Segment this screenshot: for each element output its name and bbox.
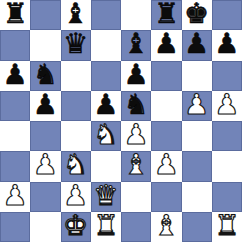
square-b1[interactable] xyxy=(30,212,60,242)
square-g4[interactable] xyxy=(182,121,212,151)
square-a4[interactable] xyxy=(0,121,30,151)
white-bishop[interactable]: ♝ xyxy=(121,151,151,181)
square-e2[interactable] xyxy=(121,182,151,212)
square-g8[interactable]: ♚ xyxy=(182,0,212,30)
white-king[interactable]: ♚ xyxy=(61,212,91,242)
square-a3[interactable] xyxy=(0,151,30,181)
square-a8[interactable]: ♜ xyxy=(0,0,30,30)
white-pawn[interactable]: ♟ xyxy=(212,91,242,121)
white-knight[interactable]: ♞ xyxy=(91,121,121,151)
square-a1[interactable] xyxy=(0,212,30,242)
black-knight[interactable]: ♞ xyxy=(121,91,151,121)
square-a5[interactable] xyxy=(0,91,30,121)
square-f5[interactable] xyxy=(151,91,181,121)
square-f3[interactable]: ♟ xyxy=(151,151,181,181)
square-a6[interactable]: ♟ xyxy=(0,61,30,91)
square-e3[interactable]: ♝ xyxy=(121,151,151,181)
square-b6[interactable]: ♞ xyxy=(30,61,60,91)
black-pawn[interactable]: ♟ xyxy=(151,30,181,60)
square-b5[interactable]: ♟ xyxy=(30,91,60,121)
black-king[interactable]: ♚ xyxy=(182,0,212,30)
square-d5[interactable]: ♟ xyxy=(91,91,121,121)
square-e8[interactable] xyxy=(121,0,151,30)
square-c3[interactable]: ♞ xyxy=(61,151,91,181)
white-pawn[interactable]: ♟ xyxy=(182,91,212,121)
black-pawn[interactable]: ♟ xyxy=(212,30,242,60)
square-g3[interactable] xyxy=(182,151,212,181)
square-f1[interactable]: ♝ xyxy=(151,212,181,242)
square-c4[interactable] xyxy=(61,121,91,151)
white-knight[interactable]: ♞ xyxy=(61,151,91,181)
white-pawn[interactable]: ♟ xyxy=(151,151,181,181)
square-h4[interactable] xyxy=(212,121,242,151)
square-e6[interactable]: ♟ xyxy=(121,61,151,91)
square-f4[interactable] xyxy=(151,121,181,151)
square-a7[interactable] xyxy=(0,30,30,60)
square-d4[interactable]: ♞ xyxy=(91,121,121,151)
black-rook[interactable]: ♜ xyxy=(0,0,30,30)
black-pawn[interactable]: ♟ xyxy=(182,30,212,60)
white-rook[interactable]: ♜ xyxy=(91,212,121,242)
black-knight[interactable]: ♞ xyxy=(30,61,60,91)
black-pawn[interactable]: ♟ xyxy=(91,91,121,121)
square-c2[interactable]: ♟ xyxy=(61,182,91,212)
square-h7[interactable]: ♟ xyxy=(212,30,242,60)
square-h6[interactable] xyxy=(212,61,242,91)
black-pawn[interactable]: ♟ xyxy=(121,61,151,91)
square-c6[interactable] xyxy=(61,61,91,91)
black-pawn[interactable]: ♟ xyxy=(30,91,60,121)
white-pawn[interactable]: ♟ xyxy=(121,121,151,151)
square-f2[interactable] xyxy=(151,182,181,212)
square-f7[interactable]: ♟ xyxy=(151,30,181,60)
white-queen[interactable]: ♛ xyxy=(91,182,121,212)
chess-board: ♜♝♜♚♛♝♟♟♟♟♞♟♟♟♞♟♟♞♟♟♞♝♟♟♟♛♚♜♝♜ xyxy=(0,0,242,242)
square-c7[interactable]: ♛ xyxy=(61,30,91,60)
white-rook[interactable]: ♜ xyxy=(212,212,242,242)
white-pawn[interactable]: ♟ xyxy=(61,182,91,212)
square-c8[interactable]: ♝ xyxy=(61,0,91,30)
square-g2[interactable] xyxy=(182,182,212,212)
square-b7[interactable] xyxy=(30,30,60,60)
square-e5[interactable]: ♞ xyxy=(121,91,151,121)
square-e7[interactable]: ♝ xyxy=(121,30,151,60)
square-d2[interactable]: ♛ xyxy=(91,182,121,212)
square-b8[interactable] xyxy=(30,0,60,30)
square-g7[interactable]: ♟ xyxy=(182,30,212,60)
black-bishop[interactable]: ♝ xyxy=(61,0,91,30)
square-b4[interactable] xyxy=(30,121,60,151)
square-f6[interactable] xyxy=(151,61,181,91)
square-g5[interactable]: ♟ xyxy=(182,91,212,121)
white-pawn[interactable]: ♟ xyxy=(0,182,30,212)
black-bishop[interactable]: ♝ xyxy=(121,30,151,60)
white-bishop[interactable]: ♝ xyxy=(151,212,181,242)
black-queen[interactable]: ♛ xyxy=(61,30,91,60)
square-g6[interactable] xyxy=(182,61,212,91)
square-h2[interactable] xyxy=(212,182,242,212)
square-g1[interactable] xyxy=(182,212,212,242)
square-b3[interactable]: ♟ xyxy=(30,151,60,181)
square-b2[interactable] xyxy=(30,182,60,212)
square-h3[interactable] xyxy=(212,151,242,181)
square-e4[interactable]: ♟ xyxy=(121,121,151,151)
black-rook[interactable]: ♜ xyxy=(151,0,181,30)
square-f8[interactable]: ♜ xyxy=(151,0,181,30)
white-pawn[interactable]: ♟ xyxy=(30,151,60,181)
square-c5[interactable] xyxy=(61,91,91,121)
square-h8[interactable] xyxy=(212,0,242,30)
square-h1[interactable]: ♜ xyxy=(212,212,242,242)
square-h5[interactable]: ♟ xyxy=(212,91,242,121)
square-d3[interactable] xyxy=(91,151,121,181)
square-d8[interactable] xyxy=(91,0,121,30)
square-d6[interactable] xyxy=(91,61,121,91)
square-c1[interactable]: ♚ xyxy=(61,212,91,242)
square-a2[interactable]: ♟ xyxy=(0,182,30,212)
square-d7[interactable] xyxy=(91,30,121,60)
square-e1[interactable] xyxy=(121,212,151,242)
square-d1[interactable]: ♜ xyxy=(91,212,121,242)
black-pawn[interactable]: ♟ xyxy=(0,61,30,91)
